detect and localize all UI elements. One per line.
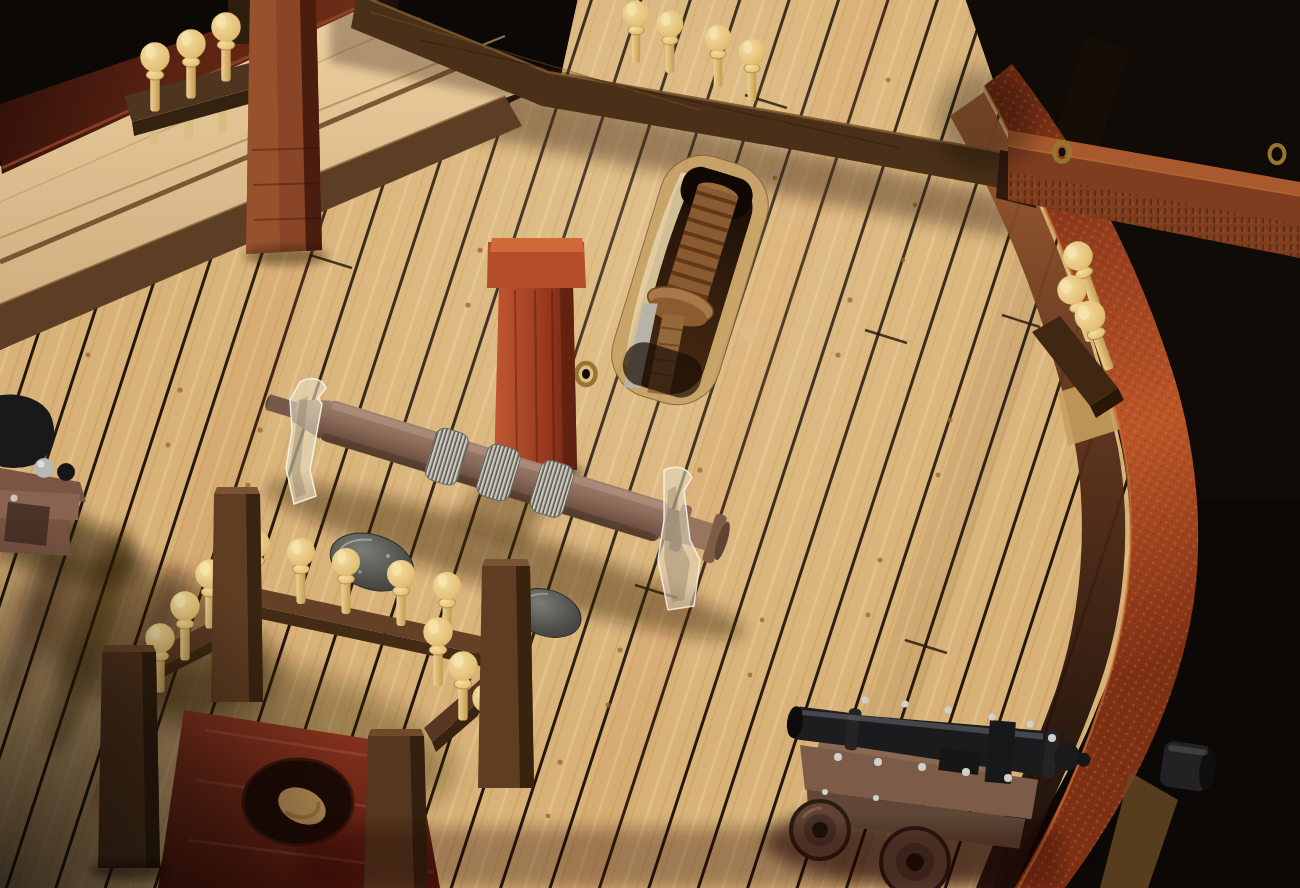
barrel-strap	[985, 720, 1016, 784]
model-ship-photo: Overhead photograph of a wooden ship mod…	[0, 0, 1300, 888]
timber-head-post	[244, 0, 328, 265]
